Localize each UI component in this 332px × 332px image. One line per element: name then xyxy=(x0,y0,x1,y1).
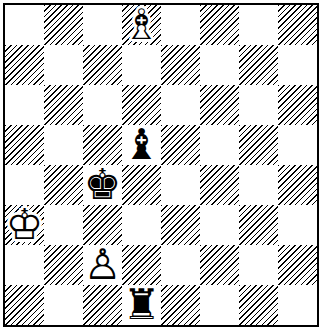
white-king-icon: ♔ xyxy=(5,205,44,245)
square-c4[interactable]: ♚♚ xyxy=(83,165,122,205)
square-d7[interactable] xyxy=(122,45,161,85)
square-h6[interactable] xyxy=(278,85,317,125)
square-h4[interactable] xyxy=(278,165,317,205)
board-frame: ♝♗♝♝♚♚♚♔♟♙♜♜ xyxy=(3,3,319,327)
square-c8[interactable] xyxy=(83,5,122,45)
white-bishop-icon: ♗ xyxy=(122,5,161,45)
square-f4[interactable] xyxy=(200,165,239,205)
square-b8[interactable] xyxy=(44,5,83,45)
square-c6[interactable] xyxy=(83,85,122,125)
piece-black-rook-d1[interactable]: ♜♜ xyxy=(122,285,161,325)
square-c7[interactable] xyxy=(83,45,122,85)
square-d1[interactable]: ♜♜ xyxy=(122,285,161,325)
square-e3[interactable] xyxy=(161,205,200,245)
piece-black-king-c4[interactable]: ♚♚ xyxy=(83,165,122,205)
square-e5[interactable] xyxy=(161,125,200,165)
square-e8[interactable] xyxy=(161,5,200,45)
chess-diagram: ♝♗♝♝♚♚♚♔♟♙♜♜ xyxy=(0,0,332,332)
square-b3[interactable] xyxy=(44,205,83,245)
piece-white-king-a3[interactable]: ♚♔ xyxy=(5,205,44,245)
square-g4[interactable] xyxy=(239,165,278,205)
square-g7[interactable] xyxy=(239,45,278,85)
square-g5[interactable] xyxy=(239,125,278,165)
square-c1[interactable] xyxy=(83,285,122,325)
square-b2[interactable] xyxy=(44,245,83,285)
square-g1[interactable] xyxy=(239,285,278,325)
square-a2[interactable] xyxy=(5,245,44,285)
square-d6[interactable] xyxy=(122,85,161,125)
square-e2[interactable] xyxy=(161,245,200,285)
square-e4[interactable] xyxy=(161,165,200,205)
square-g8[interactable] xyxy=(239,5,278,45)
square-h7[interactable] xyxy=(278,45,317,85)
square-e7[interactable] xyxy=(161,45,200,85)
square-h1[interactable] xyxy=(278,285,317,325)
square-e6[interactable] xyxy=(161,85,200,125)
square-b5[interactable] xyxy=(44,125,83,165)
square-c5[interactable] xyxy=(83,125,122,165)
piece-black-bishop-d5[interactable]: ♝♝ xyxy=(122,125,161,165)
chess-board: ♝♗♝♝♚♚♚♔♟♙♜♜ xyxy=(5,5,317,325)
square-f7[interactable] xyxy=(200,45,239,85)
square-a3[interactable]: ♚♔ xyxy=(5,205,44,245)
square-b7[interactable] xyxy=(44,45,83,85)
square-d8[interactable]: ♝♗ xyxy=(122,5,161,45)
black-bishop-icon: ♝ xyxy=(122,125,161,165)
square-b1[interactable] xyxy=(44,285,83,325)
square-a7[interactable] xyxy=(5,45,44,85)
square-a8[interactable] xyxy=(5,5,44,45)
square-b4[interactable] xyxy=(44,165,83,205)
square-a5[interactable] xyxy=(5,125,44,165)
square-d2[interactable] xyxy=(122,245,161,285)
square-d4[interactable] xyxy=(122,165,161,205)
square-a1[interactable] xyxy=(5,285,44,325)
square-c2[interactable]: ♟♙ xyxy=(83,245,122,285)
square-a6[interactable] xyxy=(5,85,44,125)
square-f8[interactable] xyxy=(200,5,239,45)
square-d5[interactable]: ♝♝ xyxy=(122,125,161,165)
square-g3[interactable] xyxy=(239,205,278,245)
black-rook-icon: ♜ xyxy=(122,285,161,325)
square-g2[interactable] xyxy=(239,245,278,285)
black-king-icon: ♚ xyxy=(83,165,122,205)
square-f3[interactable] xyxy=(200,205,239,245)
square-f5[interactable] xyxy=(200,125,239,165)
square-b6[interactable] xyxy=(44,85,83,125)
white-pawn-icon: ♙ xyxy=(83,245,122,285)
square-h3[interactable] xyxy=(278,205,317,245)
square-d3[interactable] xyxy=(122,205,161,245)
square-c3[interactable] xyxy=(83,205,122,245)
square-f1[interactable] xyxy=(200,285,239,325)
square-h8[interactable] xyxy=(278,5,317,45)
square-f2[interactable] xyxy=(200,245,239,285)
square-e1[interactable] xyxy=(161,285,200,325)
piece-white-pawn-c2[interactable]: ♟♙ xyxy=(83,245,122,285)
square-g6[interactable] xyxy=(239,85,278,125)
piece-white-bishop-d8[interactable]: ♝♗ xyxy=(122,5,161,45)
square-h2[interactable] xyxy=(278,245,317,285)
square-f6[interactable] xyxy=(200,85,239,125)
square-h5[interactable] xyxy=(278,125,317,165)
square-a4[interactable] xyxy=(5,165,44,205)
